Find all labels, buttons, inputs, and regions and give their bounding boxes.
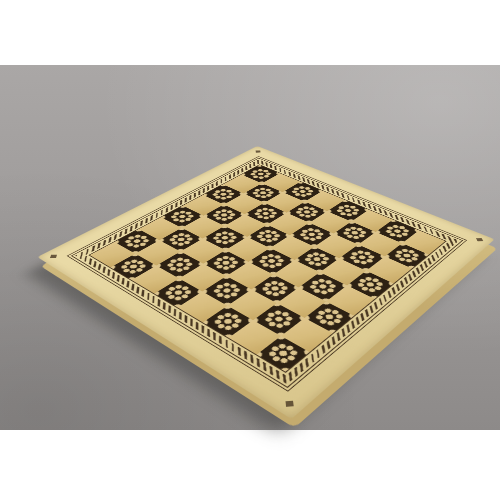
pawn-glyph: ♟ <box>116 230 150 268</box>
auction-photo-scene: ♜♞♝♛♚♝♞♜♟♟♟♟♟♟♟♟♟♟♟♟♟♟♟♟♜♞♝♛♚♝♞♜ <box>0 0 500 500</box>
rook-glyph: ♜ <box>259 301 308 355</box>
